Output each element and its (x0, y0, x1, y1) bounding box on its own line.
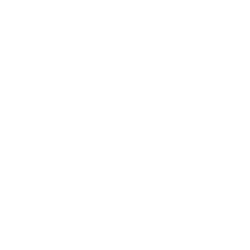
product-photo-montessori-cylinder-block (0, 0, 250, 250)
